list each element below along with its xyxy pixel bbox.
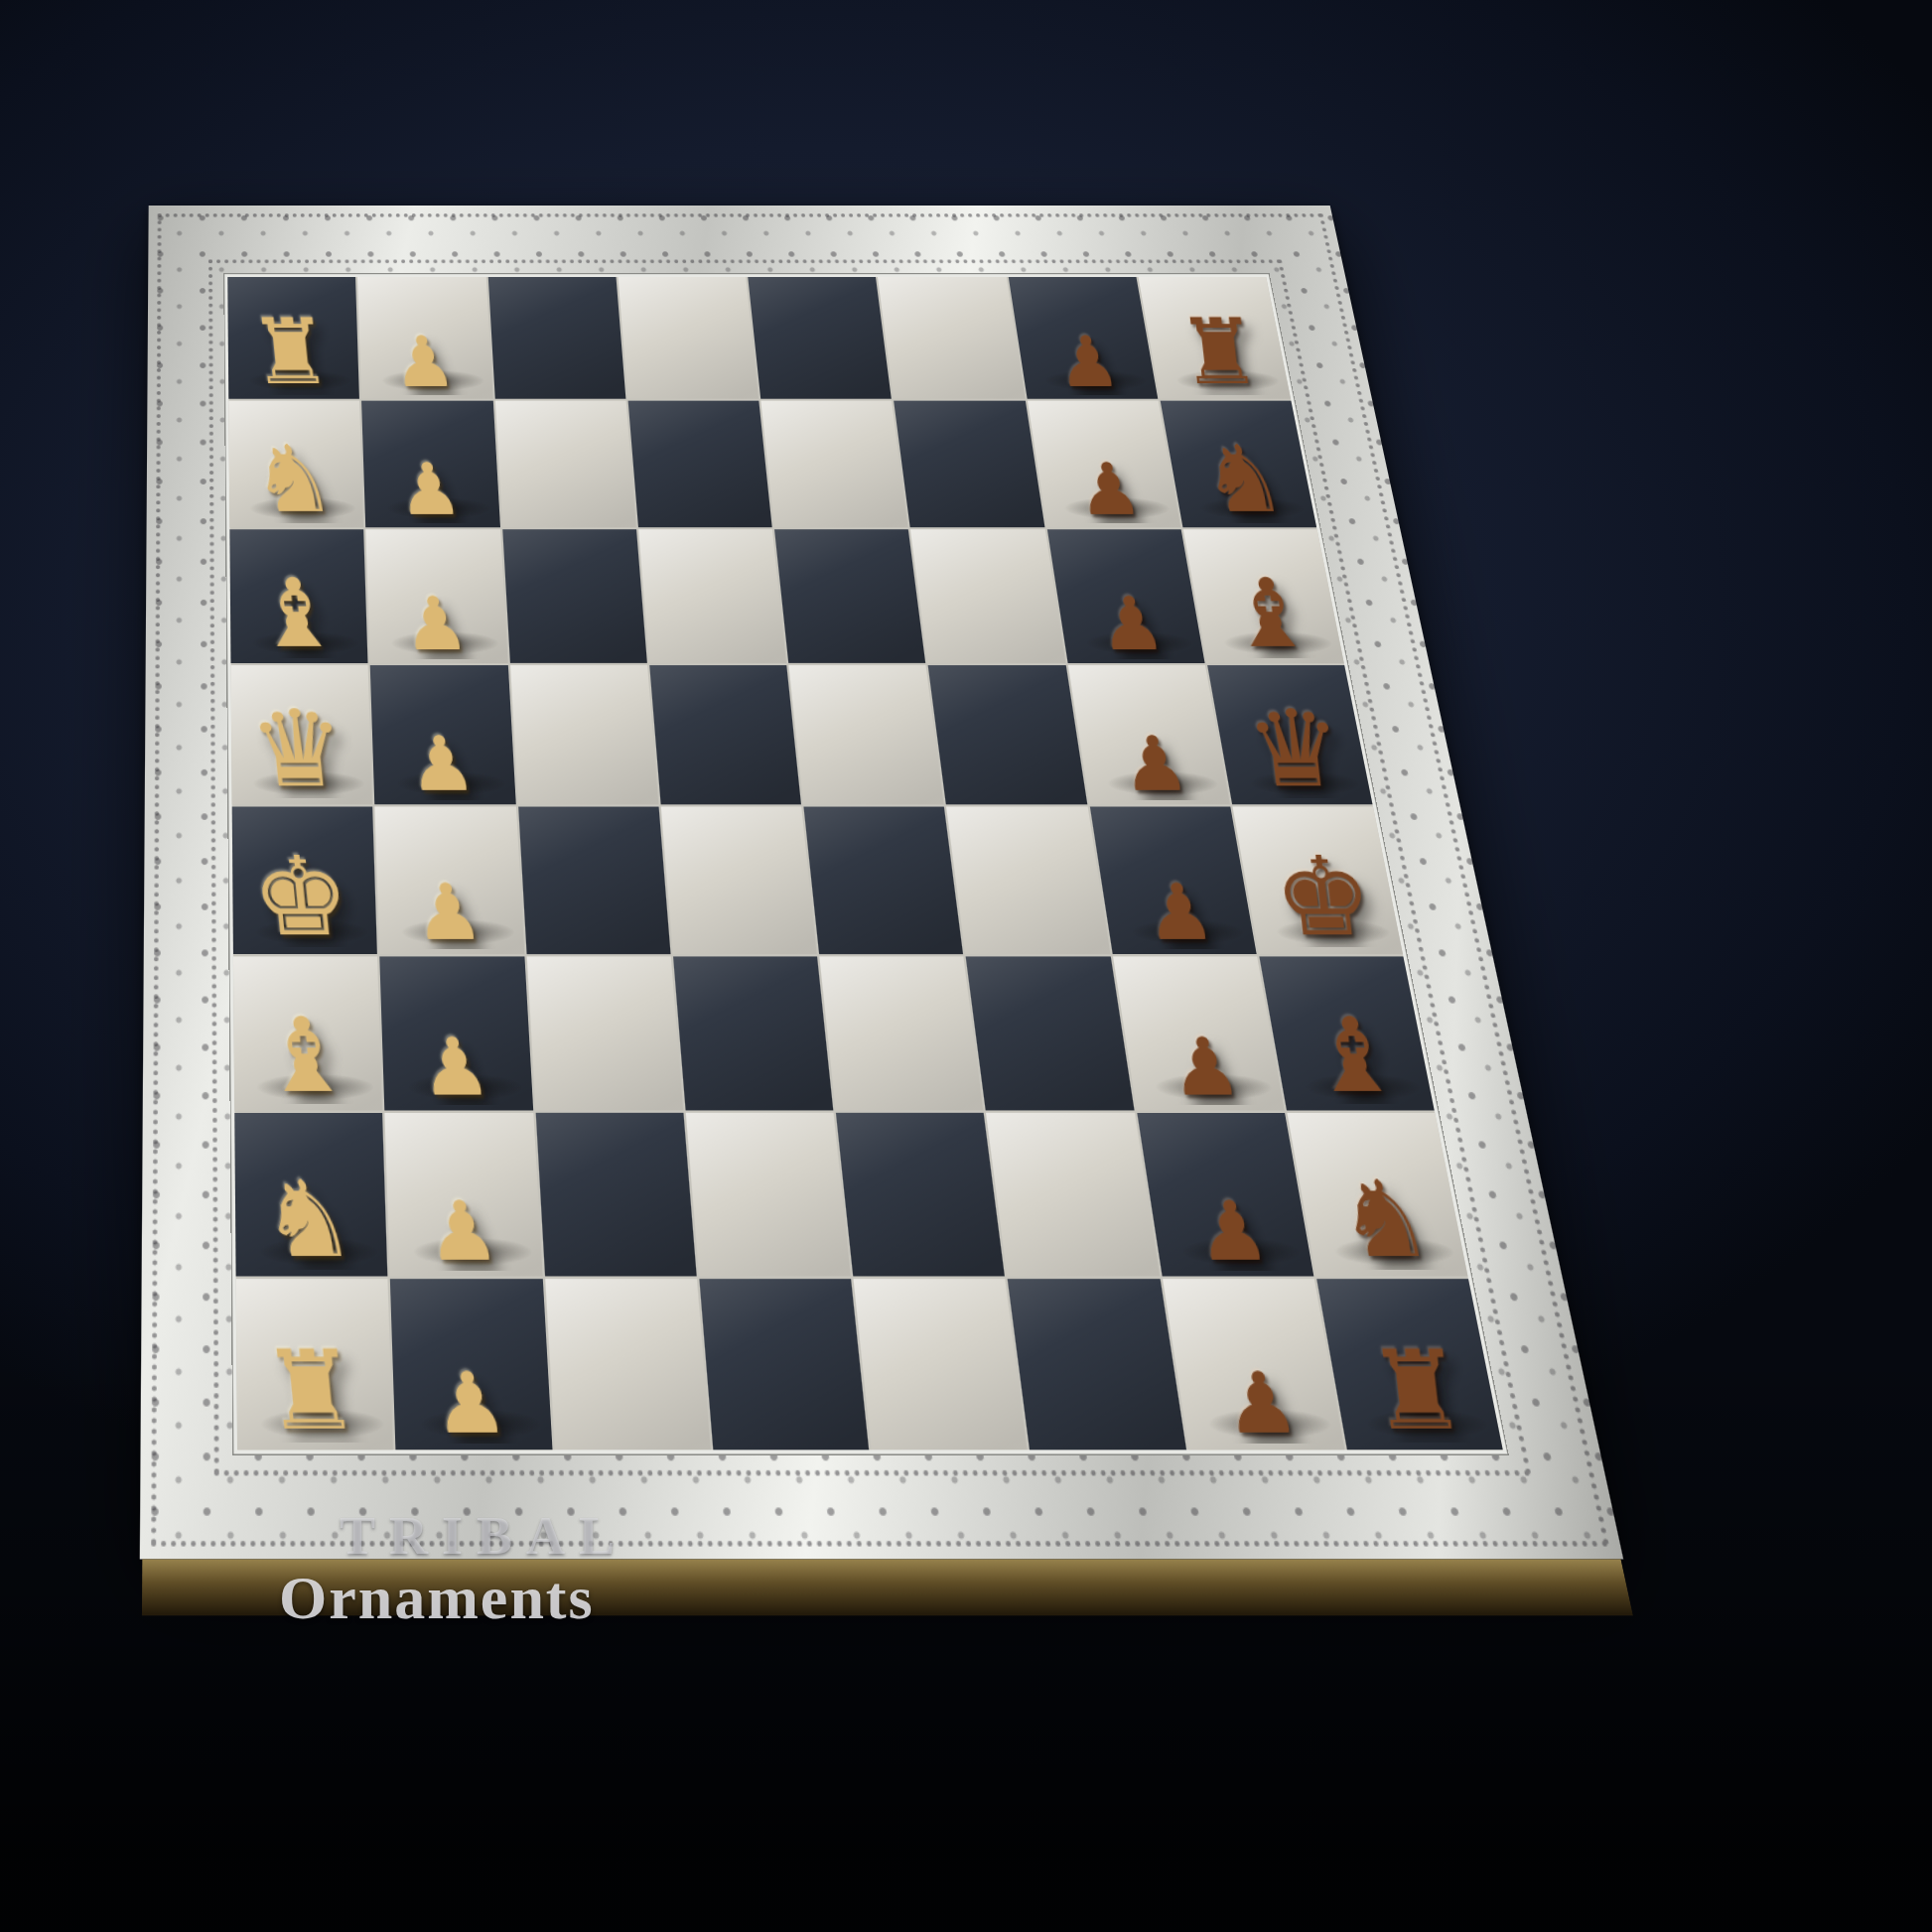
- piece-white-pawn-d2[interactable]: ♟: [368, 727, 516, 802]
- piece-white-pawn-g2[interactable]: ♟: [382, 1190, 542, 1273]
- square-h4[interactable]: [699, 1278, 869, 1449]
- square-d8[interactable]: ♛: [1207, 665, 1373, 805]
- watermark-line2: Ornaments: [279, 1563, 595, 1633]
- square-b3[interactable]: [494, 400, 635, 527]
- piece-black-bishop-f8[interactable]: ♝: [1274, 1005, 1433, 1108]
- piece-black-pawn-f7[interactable]: ♟: [1127, 1028, 1283, 1107]
- square-d7[interactable]: ♟: [1067, 665, 1229, 805]
- square-h3[interactable]: [545, 1278, 711, 1449]
- square-b7[interactable]: ♟: [1027, 400, 1180, 527]
- square-a8[interactable]: ♜: [1138, 277, 1291, 398]
- piece-white-queen-d1[interactable]: ♛: [222, 696, 373, 802]
- piece-black-rook-a8[interactable]: ♜: [1149, 307, 1290, 397]
- square-h8[interactable]: ♜: [1316, 1278, 1503, 1449]
- scene-background: ♜♟♟♜♞♟♟♞♝♟♟♝♛♟♟♛♚♟♟♚♝♟♟♝♞♟♟♞♜♟♟♜ TRIBAL …: [0, 0, 1932, 1932]
- piece-black-bishop-c8[interactable]: ♝: [1195, 566, 1343, 661]
- piece-white-pawn-h2[interactable]: ♟: [388, 1362, 552, 1447]
- square-f6[interactable]: [966, 956, 1134, 1111]
- piece-black-pawn-d7[interactable]: ♟: [1080, 727, 1229, 802]
- piece-white-rook-h1[interactable]: ♜: [228, 1336, 394, 1446]
- piece-black-queen-d8[interactable]: ♛: [1219, 696, 1371, 802]
- square-f1[interactable]: ♝: [233, 956, 382, 1111]
- square-f8[interactable]: ♝: [1259, 956, 1435, 1111]
- square-a5[interactable]: [748, 277, 892, 398]
- piece-white-knight-g1[interactable]: ♞: [226, 1167, 388, 1273]
- square-h7[interactable]: ♟: [1162, 1278, 1344, 1449]
- square-f7[interactable]: ♟: [1112, 956, 1284, 1111]
- piece-black-rook-h8[interactable]: ♜: [1333, 1336, 1501, 1446]
- piece-white-king-e1[interactable]: ♚: [223, 842, 378, 951]
- square-a4[interactable]: [618, 277, 759, 398]
- piece-black-pawn-c7[interactable]: ♟: [1058, 587, 1203, 660]
- board-perspective-wrapper: ♜♟♟♜♞♟♟♞♝♟♟♝♛♟♟♛♚♟♟♚♝♟♟♝♞♟♟♞♜♟♟♜: [0, 0, 1932, 1932]
- square-c6[interactable]: [910, 529, 1065, 662]
- piece-white-pawn-f2[interactable]: ♟: [377, 1028, 533, 1107]
- square-f5[interactable]: [819, 956, 983, 1111]
- square-g8[interactable]: ♞: [1287, 1113, 1467, 1276]
- square-e1[interactable]: ♚: [232, 807, 377, 954]
- piece-white-bishop-f1[interactable]: ♝: [225, 1005, 383, 1108]
- square-g7[interactable]: ♟: [1137, 1113, 1313, 1276]
- piece-black-knight-g8[interactable]: ♞: [1303, 1167, 1466, 1273]
- square-f4[interactable]: [673, 956, 834, 1111]
- square-e6[interactable]: [946, 807, 1109, 954]
- square-a1[interactable]: ♜: [227, 277, 359, 398]
- square-e5[interactable]: [803, 807, 963, 954]
- square-h6[interactable]: [1008, 1278, 1186, 1449]
- piece-black-pawn-h7[interactable]: ♟: [1178, 1362, 1343, 1447]
- piece-white-bishop-c1[interactable]: ♝: [222, 566, 368, 661]
- square-b8[interactable]: ♞: [1160, 400, 1316, 527]
- square-e8[interactable]: ♚: [1232, 807, 1403, 954]
- square-b4[interactable]: [627, 400, 771, 527]
- square-f2[interactable]: ♟: [380, 956, 533, 1111]
- piece-white-knight-b1[interactable]: ♞: [221, 433, 364, 525]
- square-b6[interactable]: [894, 400, 1044, 527]
- square-g4[interactable]: [686, 1113, 851, 1276]
- square-g5[interactable]: [836, 1113, 1005, 1276]
- square-g1[interactable]: ♞: [234, 1113, 387, 1276]
- square-c2[interactable]: ♟: [366, 529, 508, 662]
- piece-black-pawn-g7[interactable]: ♟: [1152, 1190, 1312, 1273]
- square-f3[interactable]: [526, 956, 683, 1111]
- square-h5[interactable]: [853, 1278, 1027, 1449]
- square-a6[interactable]: [878, 277, 1025, 398]
- square-e4[interactable]: [661, 807, 817, 954]
- square-e2[interactable]: ♟: [375, 807, 524, 954]
- watermark-line1: TRIBAL: [340, 1505, 628, 1567]
- piece-black-pawn-b7[interactable]: ♟: [1038, 454, 1180, 525]
- piece-white-rook-a1[interactable]: ♜: [220, 307, 360, 397]
- square-e7[interactable]: ♟: [1089, 807, 1256, 954]
- square-a7[interactable]: ♟: [1008, 277, 1158, 398]
- square-h1[interactable]: ♜: [236, 1278, 394, 1449]
- square-d2[interactable]: ♟: [370, 665, 515, 805]
- piece-white-pawn-a2[interactable]: ♟: [355, 327, 493, 396]
- square-c5[interactable]: [774, 529, 925, 662]
- square-g6[interactable]: [986, 1113, 1159, 1276]
- piece-white-pawn-c2[interactable]: ♟: [363, 587, 507, 660]
- square-a2[interactable]: ♟: [357, 277, 492, 398]
- square-g3[interactable]: [535, 1113, 696, 1276]
- square-d1[interactable]: ♛: [231, 665, 373, 805]
- square-c7[interactable]: ♟: [1046, 529, 1204, 662]
- piece-white-pawn-e2[interactable]: ♟: [372, 874, 524, 951]
- piece-black-pawn-a7[interactable]: ♟: [1019, 327, 1157, 396]
- square-e3[interactable]: [518, 807, 671, 954]
- piece-black-knight-b8[interactable]: ♞: [1172, 433, 1315, 525]
- square-h2[interactable]: ♟: [390, 1278, 552, 1449]
- piece-black-king-e8[interactable]: ♚: [1245, 842, 1401, 951]
- square-b1[interactable]: ♞: [228, 400, 363, 527]
- square-c4[interactable]: [638, 529, 786, 662]
- piece-black-pawn-e7[interactable]: ♟: [1103, 874, 1255, 951]
- square-g2[interactable]: ♟: [385, 1113, 542, 1276]
- square-c8[interactable]: ♝: [1183, 529, 1344, 662]
- square-c1[interactable]: ♝: [229, 529, 367, 662]
- square-a3[interactable]: [487, 277, 625, 398]
- square-b2[interactable]: ♟: [361, 400, 499, 527]
- chess-board: ♜♟♟♜♞♟♟♞♝♟♟♝♛♟♟♛♚♟♟♚♝♟♟♝♞♟♟♞♜♟♟♜: [140, 206, 1623, 1559]
- square-c3[interactable]: [502, 529, 647, 662]
- square-b5[interactable]: [760, 400, 907, 527]
- piece-white-pawn-b2[interactable]: ♟: [359, 454, 500, 525]
